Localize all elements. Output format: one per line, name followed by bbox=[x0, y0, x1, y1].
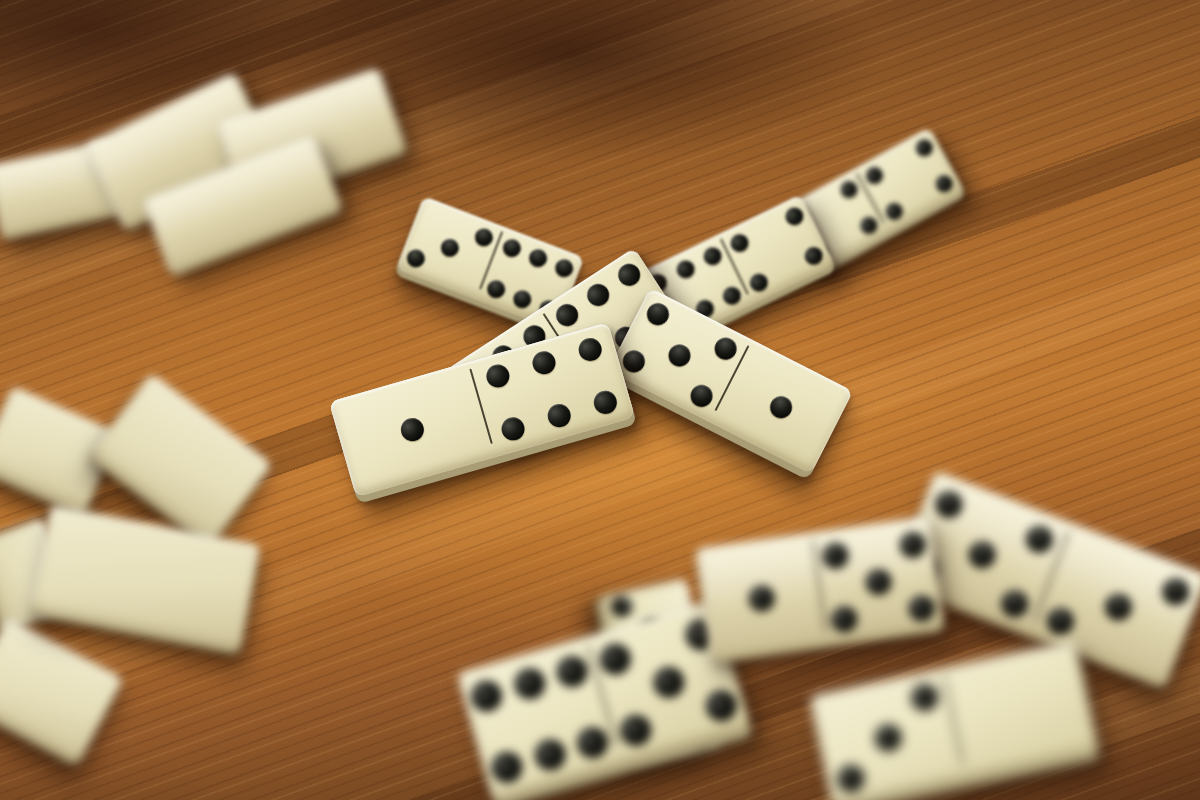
pip bbox=[665, 340, 695, 370]
pip bbox=[649, 663, 687, 701]
pip bbox=[857, 214, 880, 237]
pip bbox=[747, 584, 776, 613]
pip bbox=[830, 605, 859, 634]
pip bbox=[907, 594, 936, 623]
pip bbox=[913, 137, 936, 160]
pip bbox=[710, 334, 740, 364]
pip bbox=[530, 735, 568, 773]
pip bbox=[1043, 603, 1078, 638]
pip bbox=[591, 389, 619, 417]
pip bbox=[545, 402, 573, 430]
pip bbox=[864, 567, 893, 596]
pip bbox=[673, 258, 697, 282]
pip bbox=[438, 236, 461, 259]
pip bbox=[643, 300, 673, 330]
pip bbox=[1158, 574, 1193, 609]
pip bbox=[719, 284, 743, 308]
pip bbox=[863, 164, 886, 187]
pip bbox=[883, 200, 906, 223]
pip bbox=[510, 664, 548, 702]
pip bbox=[553, 257, 576, 280]
pip bbox=[551, 300, 581, 330]
pip bbox=[582, 280, 612, 310]
pip bbox=[511, 287, 534, 310]
pip bbox=[499, 415, 527, 443]
pip bbox=[932, 172, 955, 195]
pip bbox=[473, 226, 496, 249]
pip bbox=[552, 652, 590, 690]
pip bbox=[700, 244, 724, 268]
pip bbox=[610, 594, 635, 619]
pip bbox=[834, 762, 866, 794]
pip bbox=[747, 270, 771, 294]
pip bbox=[964, 536, 999, 571]
pip bbox=[687, 380, 717, 410]
pip bbox=[909, 682, 941, 714]
pip bbox=[728, 231, 752, 255]
pip bbox=[404, 246, 427, 269]
pip bbox=[872, 722, 904, 754]
tile-half-1 bbox=[695, 533, 828, 664]
pip bbox=[702, 686, 740, 724]
pip bbox=[620, 346, 650, 376]
pip bbox=[837, 178, 860, 201]
pip bbox=[488, 747, 526, 785]
pip bbox=[821, 540, 850, 569]
pip bbox=[617, 710, 655, 748]
pip bbox=[467, 676, 505, 714]
pip bbox=[576, 336, 604, 364]
photo-scene bbox=[0, 0, 1200, 800]
pip bbox=[613, 260, 643, 290]
pip bbox=[1101, 589, 1136, 624]
pip bbox=[398, 415, 426, 443]
pip bbox=[782, 205, 806, 229]
pip bbox=[484, 277, 507, 300]
tile-half-5 bbox=[812, 516, 945, 647]
pip bbox=[932, 487, 967, 522]
pip bbox=[898, 530, 927, 559]
pip bbox=[596, 639, 634, 677]
pip bbox=[573, 723, 611, 761]
pip bbox=[801, 244, 825, 268]
pip bbox=[526, 247, 549, 270]
pip bbox=[1022, 522, 1057, 557]
pip bbox=[500, 236, 523, 259]
pip bbox=[530, 349, 558, 377]
pip bbox=[997, 586, 1032, 621]
pip bbox=[484, 362, 512, 390]
pip bbox=[767, 392, 797, 422]
